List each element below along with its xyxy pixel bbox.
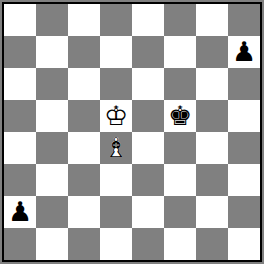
square-d8[interactable] [100,4,132,36]
square-f4[interactable] [164,132,196,164]
square-a6[interactable] [4,68,36,100]
square-a3[interactable] [4,164,36,196]
square-f5[interactable]: ♚ [164,100,196,132]
square-d1[interactable] [100,228,132,260]
square-b5[interactable] [36,100,68,132]
white-bishop-outline: ♗ [100,132,132,164]
square-g5[interactable] [196,100,228,132]
white-king: ♚♔ [100,100,132,132]
black-pawn-glyph: ♟ [4,196,36,228]
square-b3[interactable] [36,164,68,196]
black-pawn-glyph: ♟ [228,36,260,68]
square-c8[interactable] [68,4,100,36]
black-king: ♚ [164,100,196,132]
square-c7[interactable] [68,36,100,68]
white-king-outline: ♔ [100,100,132,132]
square-b8[interactable] [36,4,68,36]
square-a4[interactable] [4,132,36,164]
square-b4[interactable] [36,132,68,164]
square-g4[interactable] [196,132,228,164]
square-c5[interactable] [68,100,100,132]
square-f3[interactable] [164,164,196,196]
square-a8[interactable] [4,4,36,36]
black-king-glyph: ♚ [164,100,196,132]
square-e4[interactable] [132,132,164,164]
square-f2[interactable] [164,196,196,228]
square-c6[interactable] [68,68,100,100]
square-c2[interactable] [68,196,100,228]
square-h4[interactable] [228,132,260,164]
square-d6[interactable] [100,68,132,100]
square-c3[interactable] [68,164,100,196]
white-bishop-glyph: ♝ [100,132,132,164]
square-d7[interactable] [100,36,132,68]
square-h8[interactable] [228,4,260,36]
black-pawn: ♟ [228,36,260,68]
board-frame: ♟♚♔♚♝♗♟ [0,0,264,264]
square-c4[interactable] [68,132,100,164]
square-b1[interactable] [36,228,68,260]
square-g8[interactable] [196,4,228,36]
square-f7[interactable] [164,36,196,68]
square-e3[interactable] [132,164,164,196]
square-g7[interactable] [196,36,228,68]
square-g6[interactable] [196,68,228,100]
square-g2[interactable] [196,196,228,228]
square-h2[interactable] [228,196,260,228]
square-e7[interactable] [132,36,164,68]
board-border: ♟♚♔♚♝♗♟ [2,2,262,262]
square-c1[interactable] [68,228,100,260]
black-pawn: ♟ [4,196,36,228]
square-b2[interactable] [36,196,68,228]
square-e6[interactable] [132,68,164,100]
square-f6[interactable] [164,68,196,100]
white-bishop: ♝♗ [100,132,132,164]
square-f1[interactable] [164,228,196,260]
square-e8[interactable] [132,4,164,36]
square-h3[interactable] [228,164,260,196]
chess-board: ♟♚♔♚♝♗♟ [4,4,260,260]
square-f8[interactable] [164,4,196,36]
square-e2[interactable] [132,196,164,228]
square-a2[interactable]: ♟ [4,196,36,228]
square-h1[interactable] [228,228,260,260]
square-h6[interactable] [228,68,260,100]
square-d5[interactable]: ♚♔ [100,100,132,132]
square-d4[interactable]: ♝♗ [100,132,132,164]
square-d2[interactable] [100,196,132,228]
white-king-glyph: ♚ [100,100,132,132]
square-g3[interactable] [196,164,228,196]
square-b6[interactable] [36,68,68,100]
square-e1[interactable] [132,228,164,260]
square-h7[interactable]: ♟ [228,36,260,68]
square-a5[interactable] [4,100,36,132]
square-b7[interactable] [36,36,68,68]
square-a7[interactable] [4,36,36,68]
square-e5[interactable] [132,100,164,132]
square-g1[interactable] [196,228,228,260]
square-h5[interactable] [228,100,260,132]
square-d3[interactable] [100,164,132,196]
square-a1[interactable] [4,228,36,260]
